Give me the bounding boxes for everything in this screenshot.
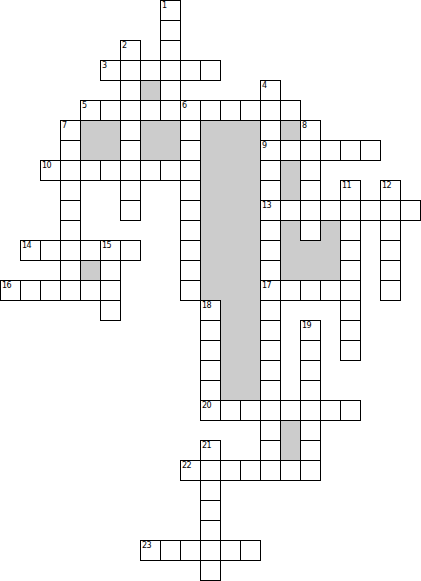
crossword-cell[interactable]: [340, 260, 361, 281]
shaded-cell: [220, 340, 240, 360]
crossword-cell[interactable]: [260, 220, 281, 241]
crossword-cell[interactable]: [260, 360, 281, 381]
shaded-cell: [80, 120, 100, 140]
crossword-cell[interactable]: [100, 240, 121, 261]
crossword-cell[interactable]: [300, 400, 321, 421]
shaded-cell: [220, 320, 240, 340]
shaded-cell: [220, 180, 240, 200]
crossword-cell[interactable]: [160, 20, 181, 41]
crossword-cell[interactable]: [120, 240, 141, 261]
crossword-cell[interactable]: [40, 280, 61, 301]
crossword-cell[interactable]: [200, 480, 221, 501]
crossword-cell[interactable]: [200, 100, 221, 121]
shaded-cell: [140, 140, 160, 160]
crossword-cell[interactable]: [320, 280, 341, 301]
crossword-cell[interactable]: [200, 300, 221, 321]
shaded-cell: [240, 340, 260, 360]
crossword-cell[interactable]: [20, 240, 41, 261]
shaded-cell: [200, 240, 220, 260]
crossword-cell[interactable]: [320, 400, 341, 421]
crossword-cell[interactable]: [100, 260, 121, 281]
crossword-cell[interactable]: [260, 280, 281, 301]
shaded-cell: [80, 140, 100, 160]
crossword-cell[interactable]: [260, 260, 281, 281]
shaded-cell: [240, 260, 260, 280]
shaded-cell: [220, 120, 240, 140]
crossword-cell[interactable]: [280, 200, 301, 221]
crossword-cell[interactable]: [260, 300, 281, 321]
crossword-cell[interactable]: [160, 80, 181, 101]
crossword-cell[interactable]: [180, 160, 201, 181]
shaded-cell: [220, 260, 240, 280]
crossword-cell[interactable]: [180, 100, 201, 121]
crossword-cell[interactable]: [180, 220, 201, 241]
crossword-cell[interactable]: [300, 200, 321, 221]
crossword-cell[interactable]: [340, 220, 361, 241]
crossword-cell[interactable]: [60, 260, 81, 281]
shaded-cell: [320, 260, 340, 280]
crossword-cell[interactable]: [260, 240, 281, 261]
crossword-cell[interactable]: [60, 160, 81, 181]
shaded-cell: [200, 120, 220, 140]
crossword-cell[interactable]: [200, 340, 221, 361]
shaded-cell: [220, 360, 240, 380]
crossword-cell[interactable]: [200, 560, 221, 581]
crossword-cell[interactable]: [300, 140, 321, 161]
crossword-cell[interactable]: [80, 160, 101, 181]
crossword-cell[interactable]: [60, 200, 81, 221]
crossword-cell[interactable]: [140, 60, 161, 81]
shaded-cell: [200, 220, 220, 240]
crossword-cell[interactable]: [300, 440, 321, 461]
crossword-cell[interactable]: [40, 240, 61, 261]
shaded-cell: [140, 120, 160, 140]
crossword-cell[interactable]: [320, 200, 341, 221]
crossword-cell[interactable]: [120, 40, 141, 61]
shaded-cell: [300, 240, 320, 260]
crossword-cell[interactable]: [100, 300, 121, 321]
shaded-cell: [220, 220, 240, 240]
shaded-cell: [240, 300, 260, 320]
shaded-cell: [220, 140, 240, 160]
crossword-cell[interactable]: [260, 320, 281, 341]
shaded-cell: [240, 120, 260, 140]
crossword-cell[interactable]: [220, 100, 241, 121]
crossword-cell[interactable]: [180, 120, 201, 141]
crossword-cell[interactable]: [300, 380, 321, 401]
crossword-cell[interactable]: [260, 140, 281, 161]
crossword-cell[interactable]: [280, 100, 301, 121]
crossword-cell[interactable]: [120, 140, 141, 161]
shaded-cell: [280, 440, 300, 460]
crossword-cell[interactable]: [300, 120, 321, 141]
crossword-cell[interactable]: [120, 80, 141, 101]
crossword-cell[interactable]: [40, 160, 61, 181]
crossword-cell[interactable]: [200, 500, 221, 521]
crossword-cell[interactable]: [180, 540, 201, 561]
shaded-cell: [200, 140, 220, 160]
shaded-cell: [320, 240, 340, 260]
crossword-cell[interactable]: [300, 220, 321, 241]
crossword-cell[interactable]: [260, 100, 281, 121]
crossword-cell[interactable]: [180, 140, 201, 161]
crossword-cell[interactable]: [120, 180, 141, 201]
crossword-cell[interactable]: [220, 460, 241, 481]
crossword-cell[interactable]: [280, 400, 301, 421]
shaded-cell: [280, 260, 300, 280]
crossword-cell[interactable]: [60, 140, 81, 161]
crossword-cell[interactable]: [180, 180, 201, 201]
crossword-cell[interactable]: [180, 240, 201, 261]
crossword-cell[interactable]: [160, 60, 181, 81]
crossword-cell[interactable]: [260, 380, 281, 401]
crossword-cell[interactable]: [200, 360, 221, 381]
shaded-cell: [240, 180, 260, 200]
shaded-cell: [220, 200, 240, 220]
crossword-cell[interactable]: [340, 280, 361, 301]
crossword-cell[interactable]: [260, 180, 281, 201]
crossword-cell[interactable]: [200, 400, 221, 421]
shaded-cell: [240, 320, 260, 340]
shaded-cell: [220, 280, 240, 300]
crossword-cell[interactable]: [260, 340, 281, 361]
shaded-cell: [240, 140, 260, 160]
crossword-cell[interactable]: [260, 80, 281, 101]
crossword-cell[interactable]: [140, 540, 161, 561]
shaded-cell: [300, 260, 320, 280]
crossword-cell[interactable]: [180, 200, 201, 221]
shaded-cell: [240, 200, 260, 220]
crossword-cell[interactable]: [260, 160, 281, 181]
crossword-cell[interactable]: [140, 100, 161, 121]
crossword-cell[interactable]: [60, 120, 81, 141]
crossword-cell[interactable]: [80, 280, 101, 301]
crossword-cell[interactable]: [20, 280, 41, 301]
crossword-cell[interactable]: [200, 460, 221, 481]
crossword-cell[interactable]: [80, 100, 101, 121]
crossword-cell[interactable]: [160, 0, 181, 21]
crossword-cell[interactable]: [280, 460, 301, 481]
shaded-cell: [140, 80, 160, 100]
crossword-cell[interactable]: [220, 400, 241, 421]
shaded-cell: [160, 120, 180, 140]
crossword-cell[interactable]: [60, 280, 81, 301]
crossword-cell[interactable]: [100, 100, 121, 121]
shaded-cell: [240, 220, 260, 240]
crossword-cell[interactable]: [260, 440, 281, 461]
crossword-cell[interactable]: [160, 540, 181, 561]
crossword-cell[interactable]: [340, 200, 361, 221]
shaded-cell: [280, 180, 300, 200]
crossword-cell[interactable]: [200, 380, 221, 401]
crossword-cell[interactable]: [60, 180, 81, 201]
shaded-cell: [240, 160, 260, 180]
crossword-cell[interactable]: [300, 340, 321, 361]
crossword-cell[interactable]: [60, 220, 81, 241]
crossword-cell[interactable]: [120, 120, 141, 141]
shaded-cell: [240, 380, 260, 400]
crossword-cell[interactable]: [300, 420, 321, 441]
crossword-cell[interactable]: [100, 60, 121, 81]
crossword-grid: 1234567891011121314151617181920212223: [0, 0, 421, 581]
crossword-cell[interactable]: [280, 140, 301, 161]
shaded-cell: [80, 260, 100, 280]
crossword-cell[interactable]: [280, 280, 301, 301]
crossword-cell[interactable]: [180, 280, 201, 301]
crossword-cell[interactable]: [340, 180, 361, 201]
crossword-cell[interactable]: [340, 340, 361, 361]
shaded-cell: [220, 380, 240, 400]
crossword-cell[interactable]: [120, 100, 141, 121]
shaded-cell: [100, 140, 120, 160]
crossword-cell[interactable]: [300, 460, 321, 481]
crossword-cell[interactable]: [400, 200, 421, 221]
crossword-cell[interactable]: [300, 160, 321, 181]
crossword-cell[interactable]: [160, 100, 181, 121]
crossword-cell[interactable]: [260, 120, 281, 141]
crossword-cell[interactable]: [200, 320, 221, 341]
crossword-cell[interactable]: [80, 240, 101, 261]
crossword-cell[interactable]: [340, 140, 361, 161]
shaded-cell: [280, 120, 300, 140]
crossword-cell[interactable]: [0, 280, 21, 301]
crossword-cell[interactable]: [260, 200, 281, 221]
shaded-cell: [200, 260, 220, 280]
crossword-cell[interactable]: [200, 540, 221, 561]
shaded-cell: [280, 220, 300, 240]
crossword-cell[interactable]: [160, 160, 181, 181]
crossword-cell[interactable]: [260, 400, 281, 421]
crossword-cell[interactable]: [180, 460, 201, 481]
crossword-cell[interactable]: [260, 420, 281, 441]
crossword-cell[interactable]: [340, 400, 361, 421]
crossword-cell[interactable]: [240, 400, 261, 421]
crossword-cell[interactable]: [300, 180, 321, 201]
crossword-cell[interactable]: [220, 540, 241, 561]
shaded-cell: [240, 240, 260, 260]
crossword-cell[interactable]: [60, 240, 81, 261]
shaded-cell: [280, 420, 300, 440]
crossword-cell[interactable]: [200, 440, 221, 461]
crossword-cell[interactable]: [180, 60, 201, 81]
crossword-cell[interactable]: [100, 280, 121, 301]
shaded-cell: [220, 160, 240, 180]
crossword-cell[interactable]: [380, 220, 401, 241]
shaded-cell: [200, 160, 220, 180]
shaded-cell: [320, 220, 340, 240]
crossword-cell[interactable]: [380, 260, 401, 281]
crossword-cell[interactable]: [360, 200, 381, 221]
crossword-cell[interactable]: [120, 200, 141, 221]
crossword-cell[interactable]: [380, 240, 401, 261]
crossword-cell[interactable]: [380, 200, 401, 221]
crossword-cell[interactable]: [180, 260, 201, 281]
crossword-cell[interactable]: [380, 180, 401, 201]
crossword-cell[interactable]: [240, 540, 261, 561]
crossword-cell[interactable]: [340, 320, 361, 341]
crossword-cell[interactable]: [200, 520, 221, 541]
shaded-cell: [200, 180, 220, 200]
shaded-cell: [240, 360, 260, 380]
crossword-cell[interactable]: [300, 280, 321, 301]
crossword-cell[interactable]: [240, 460, 261, 481]
crossword-cell[interactable]: [200, 60, 221, 81]
crossword-cell[interactable]: [100, 160, 121, 181]
crossword-cell[interactable]: [120, 160, 141, 181]
crossword-cell[interactable]: [360, 140, 381, 161]
shaded-cell: [160, 140, 180, 160]
crossword-cell[interactable]: [320, 140, 341, 161]
shaded-cell: [220, 300, 240, 320]
crossword-cell[interactable]: [340, 240, 361, 261]
crossword-cell[interactable]: [380, 280, 401, 301]
shaded-cell: [240, 280, 260, 300]
shaded-cell: [220, 240, 240, 260]
crossword-cell[interactable]: [300, 320, 321, 341]
shaded-cell: [280, 240, 300, 260]
crossword-cell[interactable]: [300, 360, 321, 381]
shaded-cell: [200, 280, 220, 300]
crossword-cell[interactable]: [240, 100, 261, 121]
shaded-cell: [280, 160, 300, 180]
shaded-cell: [100, 120, 120, 140]
crossword-cell[interactable]: [160, 40, 181, 61]
crossword-cell[interactable]: [140, 160, 161, 181]
crossword-cell[interactable]: [120, 60, 141, 81]
crossword-cell[interactable]: [340, 300, 361, 321]
crossword-cell[interactable]: [260, 460, 281, 481]
shaded-cell: [200, 200, 220, 220]
